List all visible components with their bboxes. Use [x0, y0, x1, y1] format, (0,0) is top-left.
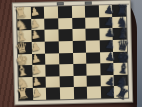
board-grid: ♜♟♟♜♞♟♟♞♝♟♟♝♛♟♟♛♚♟♟♚♝♟♟♝♞♟♟♞♜♟♟♜	[17, 5, 128, 101]
hinge-icon	[57, 2, 64, 5]
square[interactable]	[46, 88, 60, 100]
square[interactable]	[45, 53, 59, 65]
square[interactable]	[73, 64, 87, 76]
square[interactable]	[73, 87, 87, 99]
square[interactable]: ♟	[32, 88, 46, 100]
square[interactable]	[73, 75, 87, 87]
square[interactable]	[86, 40, 100, 52]
square[interactable]	[59, 64, 73, 76]
hinge-icon	[85, 2, 92, 5]
square[interactable]	[45, 41, 59, 53]
square[interactable]	[59, 76, 73, 88]
square[interactable]	[87, 75, 101, 87]
square[interactable]	[86, 29, 100, 41]
square[interactable]	[58, 29, 72, 41]
square[interactable]	[72, 41, 86, 53]
square[interactable]	[46, 76, 60, 88]
square[interactable]	[86, 52, 100, 64]
square[interactable]	[59, 53, 73, 65]
square[interactable]	[60, 87, 74, 99]
square[interactable]	[44, 18, 58, 30]
square[interactable]	[72, 29, 86, 41]
square[interactable]	[59, 41, 73, 53]
square[interactable]	[86, 63, 100, 75]
square[interactable]	[46, 64, 60, 76]
chess-board: ♜♟♟♜♞♟♟♞♝♟♟♝♛♟♟♛♚♟♟♚♝♟♟♝♞♟♟♞♜♟♟♜	[12, 0, 133, 105]
square[interactable]	[85, 5, 99, 17]
chess-piece-wP[interactable]: ♟	[28, 87, 44, 101]
square[interactable]: ♟	[100, 63, 114, 75]
square[interactable]	[58, 6, 72, 18]
square[interactable]	[85, 17, 99, 29]
square[interactable]	[71, 6, 85, 18]
square[interactable]	[44, 6, 58, 18]
chess-piece-bR[interactable]: ♜	[114, 86, 131, 102]
photo-scene: ♜♟♟♜♞♟♟♞♝♟♟♝♛♟♟♛♚♟♟♚♝♟♟♝♞♟♟♞♜♟♟♜	[0, 0, 142, 107]
square[interactable]: ♜	[114, 86, 128, 98]
square[interactable]	[58, 18, 72, 30]
square[interactable]	[73, 52, 87, 64]
square[interactable]	[45, 30, 59, 42]
square[interactable]	[72, 17, 86, 29]
square[interactable]	[87, 87, 101, 99]
